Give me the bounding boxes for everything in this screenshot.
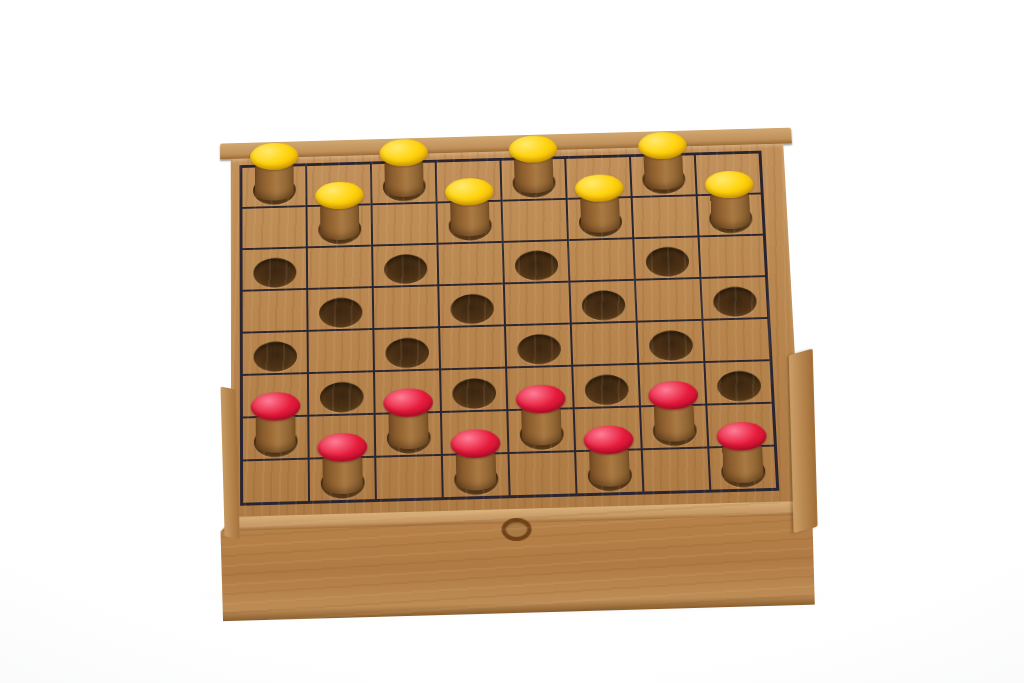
yellow-peg[interactable]: [379, 139, 428, 198]
red-peg[interactable]: [317, 433, 367, 495]
board-cell: [632, 195, 699, 238]
board-cell[interactable]: [242, 331, 308, 375]
photo-background: [0, 0, 1024, 683]
yellow-peg[interactable]: [444, 178, 494, 237]
yellow-peg[interactable]: [637, 132, 688, 191]
peg-hole: [253, 258, 296, 289]
peg-body: [643, 154, 683, 190]
peg-body: [384, 161, 423, 197]
board-cell: [642, 447, 711, 492]
peg-hole: [645, 247, 689, 277]
peg-body: [255, 415, 295, 453]
box-front-face: [220, 501, 815, 621]
peg-hole: [452, 378, 496, 409]
board-cell[interactable]: [307, 287, 373, 331]
board-cell: [437, 242, 503, 285]
board-cell[interactable]: [241, 165, 306, 208]
board-cell: [375, 455, 443, 500]
yellow-peg[interactable]: [250, 142, 299, 201]
peg-body: [580, 196, 620, 233]
peg-hole: [319, 382, 363, 413]
board-cell: [308, 329, 374, 373]
peg-body: [653, 404, 694, 442]
red-peg[interactable]: [647, 381, 699, 443]
peg-body: [588, 449, 629, 487]
board-cell: [502, 199, 568, 242]
board-cell[interactable]: [242, 416, 309, 461]
wooden-game-box: [220, 110, 804, 621]
peg-body: [322, 456, 362, 494]
peg-hole: [385, 338, 429, 369]
tray-right-wall: [789, 349, 818, 534]
board-cell[interactable]: [505, 323, 572, 367]
board-cell: [508, 451, 576, 496]
peg-body: [450, 200, 490, 237]
board-cell: [372, 202, 438, 245]
board-grid: [239, 151, 779, 506]
board-cell[interactable]: [640, 405, 708, 450]
peg-body: [722, 445, 764, 483]
yellow-peg[interactable]: [315, 181, 364, 240]
red-peg[interactable]: [716, 421, 769, 483]
board-cell: [635, 278, 702, 322]
red-peg[interactable]: [383, 388, 434, 450]
peg-body: [388, 411, 428, 449]
board-cell[interactable]: [633, 236, 700, 279]
yellow-peg[interactable]: [704, 170, 755, 229]
board-cell[interactable]: [437, 201, 503, 244]
board-cell: [571, 322, 638, 366]
board-cell[interactable]: [630, 154, 697, 197]
peg-hole: [517, 334, 561, 365]
board-cell[interactable]: [700, 276, 768, 320]
board-cell[interactable]: [503, 240, 570, 283]
peg-body: [710, 193, 751, 230]
peg-hole: [648, 330, 693, 361]
peg-hole: [584, 374, 629, 405]
board-cell[interactable]: [371, 162, 437, 205]
peg-hole: [450, 294, 494, 325]
board-cell[interactable]: [575, 449, 643, 494]
board-cell[interactable]: [309, 457, 376, 502]
peg-hole: [716, 371, 761, 402]
board-cell[interactable]: [242, 247, 308, 290]
peg-body: [513, 157, 553, 193]
board-cell[interactable]: [697, 193, 764, 236]
board-face: [231, 144, 803, 519]
board-cell[interactable]: [372, 244, 438, 287]
board-cell: [242, 289, 308, 333]
board-cell: [439, 325, 506, 369]
board-top-surface: [231, 128, 801, 519]
peg-body: [455, 452, 496, 490]
board-cell[interactable]: [637, 320, 705, 364]
board-cell: [242, 459, 309, 504]
board-cell: [307, 246, 373, 289]
wood-knot: [501, 518, 532, 542]
board-cell[interactable]: [567, 197, 634, 240]
board-cell[interactable]: [442, 453, 510, 498]
red-peg[interactable]: [250, 392, 300, 454]
board-cell: [702, 318, 770, 362]
peg-hole: [383, 254, 427, 285]
board-cell[interactable]: [373, 327, 440, 371]
red-peg[interactable]: [515, 384, 566, 446]
board-cell[interactable]: [440, 368, 507, 412]
board-cell[interactable]: [704, 360, 772, 404]
board-cell[interactable]: [438, 283, 505, 327]
red-peg[interactable]: [583, 425, 635, 487]
board-cell[interactable]: [375, 412, 442, 457]
board-cell[interactable]: [572, 364, 640, 408]
board-cell: [373, 285, 439, 329]
board-cell[interactable]: [306, 204, 372, 247]
board-cell: [699, 235, 766, 278]
peg-body: [254, 165, 293, 201]
peg-hole: [712, 287, 757, 318]
board-cell: [504, 282, 571, 326]
board-cell: [241, 206, 306, 249]
peg-hole: [581, 290, 625, 321]
board-cell[interactable]: [569, 280, 636, 324]
board-cell[interactable]: [708, 446, 777, 491]
red-peg[interactable]: [450, 429, 501, 491]
board-cell[interactable]: [507, 408, 575, 453]
peg-body: [320, 204, 359, 241]
board-cell: [568, 238, 635, 281]
peg-body: [521, 408, 562, 446]
board-cell[interactable]: [500, 158, 566, 201]
board-cell[interactable]: [308, 371, 375, 415]
yellow-peg[interactable]: [508, 135, 558, 194]
peg-hole: [253, 341, 296, 372]
peg-hole: [319, 298, 362, 329]
yellow-peg[interactable]: [574, 174, 625, 233]
peg-hole: [514, 250, 558, 280]
